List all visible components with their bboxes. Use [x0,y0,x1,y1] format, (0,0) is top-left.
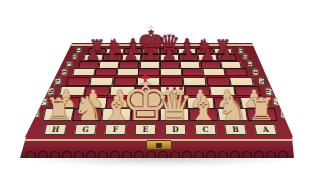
arc-carving-icon [218,151,228,158]
rank-label: 8 [31,109,39,119]
board-square [94,68,117,76]
arc-carving-icon [38,151,48,158]
arc-carving-icon [98,151,108,158]
light-rook: ♜ [43,94,74,125]
arc-carving-icon [230,151,240,158]
dark-pawn: ♟ [85,46,102,63]
rank-label: 8 [281,109,289,119]
rank-label: 2 [72,54,77,61]
light-knight: ♞ [216,92,250,126]
brass-clasp-icon [146,140,172,150]
rank-label: 3 [248,61,254,68]
arc-carving-icon [26,151,36,158]
arc-carving-icon [62,151,72,158]
arc-carving-icon [86,151,96,158]
arc-carving-icon [146,151,156,158]
rank-label: 4 [61,68,67,76]
dark-pawn: ♟ [161,46,178,63]
arc-carving-icon [278,151,288,158]
queen-finial-balls [166,87,184,91]
dark-pawn: ♟ [219,46,236,63]
board-square [181,68,203,76]
king-cross-finial: ✚ [140,73,152,85]
dark-pawn: ♟ [104,46,121,63]
board-square [224,68,247,76]
rank-label: 3 [67,61,73,68]
queen-finial-balls [164,33,174,35]
arc-carving-icon [182,151,192,158]
arc-decorations [20,151,294,158]
dark-pawn: ♟ [199,46,216,63]
arc-carving-icon [194,151,204,158]
light-rook: ♜ [246,94,277,125]
arc-carving-icon [74,151,84,158]
clasp-keyhole [156,143,162,148]
arc-carving-icon [206,151,216,158]
arc-carving-icon [122,151,132,158]
rank-label: 4 [253,68,259,76]
king-cross-finial: ✚ [148,25,155,32]
board-square [72,68,95,76]
arc-carving-icon [242,151,252,158]
arc-carving-icon [110,151,120,158]
arc-carving-icon [254,151,264,158]
arc-carving-icon [50,151,60,158]
arc-carving-icon [134,151,144,158]
dark-pawn: ♟ [180,46,197,63]
dark-pawn: ♟ [142,46,159,63]
arc-carving-icon [266,151,276,158]
chess-set-photo: 1122334455667788HGFEDCBA ♜♞♝♚✚♛♝♞♜♟♟♟♟♟♟… [0,0,320,171]
board-square [203,68,226,76]
dark-pawn: ♟ [123,46,140,63]
arc-carving-icon [170,151,180,158]
arc-carving-icon [158,151,168,158]
box-front [20,137,294,158]
